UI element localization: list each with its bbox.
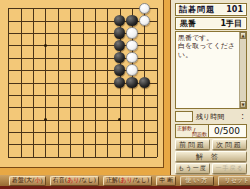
answer-button-row: 解答 — [175, 151, 247, 162]
problem-number: 101 — [226, 5, 243, 14]
board-cell[interactable] — [126, 114, 138, 126]
board-cell[interactable] — [89, 39, 101, 51]
board-cell[interactable] — [2, 76, 14, 88]
nav-button-row: 前問題 次問題 — [175, 139, 247, 150]
stone-sound-selected: あり — [67, 176, 79, 185]
board-cell[interactable] — [39, 114, 51, 126]
board-cell[interactable] — [126, 76, 138, 88]
black-stone — [139, 77, 150, 88]
board-cell[interactable] — [101, 101, 113, 113]
board-cell[interactable] — [2, 64, 14, 76]
control-panel: 詰碁問題 101 黒番 1手目 黒番です。 白を取ってください。 ▲ ▼ 残り時… — [170, 0, 250, 175]
board-cell[interactable] — [39, 27, 51, 39]
board-cell[interactable] — [64, 114, 76, 126]
board-cell[interactable] — [151, 138, 163, 150]
board-cell[interactable] — [151, 64, 163, 76]
board-cell[interactable] — [14, 114, 26, 126]
board-cell[interactable] — [138, 89, 150, 101]
undo-move-button[interactable]: 一手戻る — [212, 163, 247, 174]
board-cell[interactable] — [52, 151, 64, 163]
board-cell[interactable] — [114, 89, 126, 101]
prev-problem-button[interactable]: 前問題 — [175, 139, 210, 150]
answer-display-toggle-button[interactable]: 正解(あり/なし) — [103, 176, 152, 186]
board-cell[interactable] — [138, 52, 150, 64]
answer-display-selected: あり — [120, 176, 132, 185]
board-cell[interactable] — [52, 52, 64, 64]
board-cell[interactable] — [2, 52, 14, 64]
board-cell[interactable] — [64, 101, 76, 113]
board-cell[interactable] — [101, 64, 113, 76]
score-label-total: 問題数 — [192, 131, 207, 137]
board-cell[interactable] — [52, 114, 64, 126]
board-size-label: 碁盤(大/ — [12, 176, 34, 185]
board-cell[interactable] — [27, 89, 39, 101]
stone-sound-label-end: /なし) — [79, 176, 96, 185]
star-point — [44, 118, 47, 121]
board-cell[interactable] — [64, 2, 76, 14]
timer-row: 残り時間 : — [175, 110, 247, 123]
board-cell[interactable] — [14, 52, 26, 64]
board-cell[interactable] — [39, 89, 51, 101]
board-cell[interactable] — [27, 2, 39, 14]
board-cell[interactable] — [76, 14, 88, 26]
board-size-label-end: ) — [40, 177, 42, 184]
board-cell[interactable] — [89, 151, 101, 163]
board-cell[interactable] — [151, 2, 163, 14]
board-grid[interactable] — [2, 2, 163, 163]
board-cell[interactable] — [151, 114, 163, 126]
message-line-2: 白を取ってください。 — [178, 42, 237, 59]
board-cell[interactable] — [2, 151, 14, 163]
board-cell[interactable] — [89, 101, 101, 113]
board-cell[interactable] — [64, 126, 76, 138]
black-stone — [126, 15, 137, 26]
board-cell[interactable] — [138, 64, 150, 76]
answer-display-label-end: /なし) — [133, 176, 150, 185]
go-board — [0, 0, 170, 175]
board-cell[interactable] — [114, 14, 126, 26]
board-cell[interactable] — [114, 27, 126, 39]
board-cell[interactable] — [138, 126, 150, 138]
board-cell[interactable] — [27, 151, 39, 163]
black-stone — [126, 77, 137, 88]
board-cell[interactable] — [39, 101, 51, 113]
bottom-option-strip: 碁盤(大/小) 石音(あり/なし) 正解(あり/なし) 中 断 使い方 リセット — [0, 175, 250, 189]
board-cell[interactable] — [151, 151, 163, 163]
board-cell[interactable] — [114, 114, 126, 126]
score-row: 正解数 / 問題数 0/500 — [175, 124, 247, 138]
board-cell[interactable] — [52, 14, 64, 26]
board-cell[interactable] — [151, 27, 163, 39]
white-stone — [126, 52, 137, 63]
board-cell[interactable] — [151, 39, 163, 51]
board-cell[interactable] — [14, 39, 26, 51]
board-cell[interactable] — [39, 2, 51, 14]
turn-label: 黒番 — [180, 18, 196, 29]
white-stone — [126, 40, 137, 51]
timer-value-box — [175, 111, 193, 122]
board-cell[interactable] — [64, 39, 76, 51]
board-cell[interactable] — [14, 101, 26, 113]
board-cell[interactable] — [89, 27, 101, 39]
board-cell[interactable] — [114, 39, 126, 51]
board-cell[interactable] — [14, 14, 26, 26]
white-stone — [126, 27, 137, 38]
board-cell[interactable] — [101, 89, 113, 101]
board-cell[interactable] — [52, 89, 64, 101]
black-stone — [114, 52, 125, 63]
board-cell[interactable] — [126, 39, 138, 51]
board-cell[interactable] — [52, 126, 64, 138]
next-problem-button[interactable]: 次問題 — [212, 139, 247, 150]
board-cell[interactable] — [126, 64, 138, 76]
board-cell[interactable] — [89, 2, 101, 14]
move-counter: 1手目 — [220, 18, 242, 29]
board-cell[interactable] — [126, 151, 138, 163]
board-size-toggle-button[interactable]: 碁盤(大/小) — [9, 176, 46, 186]
board-cell[interactable] — [138, 151, 150, 163]
board-cell[interactable] — [39, 14, 51, 26]
board-cell[interactable] — [2, 101, 14, 113]
retry-button-row: もう一度 一手戻る — [175, 163, 247, 174]
board-cell[interactable] — [64, 27, 76, 39]
board-cell[interactable] — [101, 126, 113, 138]
reset-button[interactable]: リセット — [218, 176, 250, 186]
board-cell[interactable] — [126, 52, 138, 64]
board-cell[interactable] — [64, 89, 76, 101]
board-cell[interactable] — [101, 76, 113, 88]
board-cell[interactable] — [39, 126, 51, 138]
board-cell[interactable] — [89, 89, 101, 101]
board-cell[interactable] — [138, 2, 150, 14]
board-cell[interactable] — [151, 76, 163, 88]
board-cell[interactable] — [39, 76, 51, 88]
board-cell[interactable] — [114, 126, 126, 138]
stone-sound-label: 石音( — [53, 176, 67, 185]
board-cell[interactable] — [27, 27, 39, 39]
message-scrollbar[interactable]: ▲ ▼ — [239, 32, 246, 108]
message-line-1: 黒番です。 — [178, 34, 237, 42]
scroll-down-icon[interactable]: ▼ — [240, 101, 246, 108]
board-cell[interactable] — [101, 114, 113, 126]
board-cell[interactable] — [101, 27, 113, 39]
stone-sound-toggle-button[interactable]: 石音(あり/なし) — [50, 176, 99, 186]
board-cell[interactable] — [114, 151, 126, 163]
board-cell[interactable] — [101, 39, 113, 51]
board-cell[interactable] — [151, 101, 163, 113]
board-cell[interactable] — [76, 89, 88, 101]
board-cell[interactable] — [89, 64, 101, 76]
show-answer-button[interactable]: 解答 — [175, 151, 247, 162]
board-cell[interactable] — [126, 14, 138, 26]
board-cell[interactable] — [89, 52, 101, 64]
board-cell[interactable] — [101, 52, 113, 64]
board-cell[interactable] — [14, 151, 26, 163]
board-cell[interactable] — [89, 76, 101, 88]
board-cell[interactable] — [101, 151, 113, 163]
timer-colon: : — [241, 112, 244, 121]
black-stone — [114, 40, 125, 51]
star-point — [118, 118, 121, 121]
score-label-correct: 正解数 — [177, 125, 192, 131]
board-cell[interactable] — [114, 76, 126, 88]
board-cell[interactable] — [138, 76, 150, 88]
board-cell[interactable] — [27, 126, 39, 138]
board-cell[interactable] — [126, 27, 138, 39]
board-cell[interactable] — [114, 2, 126, 14]
board-cell[interactable] — [64, 52, 76, 64]
board-cell[interactable] — [76, 27, 88, 39]
retry-button[interactable]: もう一度 — [175, 163, 210, 174]
board-cell[interactable] — [52, 76, 64, 88]
board-cell[interactable] — [39, 64, 51, 76]
problem-title-box: 詰碁問題 101 — [175, 3, 247, 16]
board-cell[interactable] — [126, 138, 138, 150]
black-stone — [114, 15, 125, 26]
board-cell[interactable] — [52, 39, 64, 51]
board-cell[interactable] — [14, 89, 26, 101]
board-cell[interactable] — [39, 151, 51, 163]
board-cell[interactable] — [151, 14, 163, 26]
board-cell[interactable] — [101, 138, 113, 150]
board-cell[interactable] — [76, 52, 88, 64]
board-cell[interactable] — [151, 89, 163, 101]
board-cell[interactable] — [76, 114, 88, 126]
board-cell[interactable] — [64, 138, 76, 150]
board-cell[interactable] — [76, 64, 88, 76]
board-cell[interactable] — [27, 14, 39, 26]
white-stone — [139, 3, 150, 14]
star-point — [44, 44, 47, 47]
board-cell[interactable] — [14, 64, 26, 76]
board-cell[interactable] — [14, 27, 26, 39]
board-cell[interactable] — [64, 64, 76, 76]
board-cell[interactable] — [76, 126, 88, 138]
board-cell[interactable] — [27, 52, 39, 64]
board-cell[interactable] — [76, 39, 88, 51]
board-cell[interactable] — [89, 126, 101, 138]
board-cell[interactable] — [76, 138, 88, 150]
board-cell[interactable] — [2, 89, 14, 101]
board-cell[interactable] — [64, 151, 76, 163]
board-cell[interactable] — [14, 138, 26, 150]
board-cell[interactable] — [2, 2, 14, 14]
board-cell[interactable] — [114, 64, 126, 76]
board-cell[interactable] — [76, 151, 88, 163]
board-cell[interactable] — [138, 138, 150, 150]
black-stone — [114, 64, 125, 75]
interrupt-button[interactable]: 中 断 — [156, 176, 176, 186]
board-cell[interactable] — [101, 14, 113, 26]
board-cell[interactable] — [14, 126, 26, 138]
board-cell[interactable] — [52, 64, 64, 76]
score-value-box: 0/500 — [209, 124, 247, 138]
board-cell[interactable] — [39, 39, 51, 51]
board-cell[interactable] — [138, 114, 150, 126]
black-stone — [114, 27, 125, 38]
board-cell[interactable] — [114, 52, 126, 64]
board-cell[interactable] — [151, 126, 163, 138]
board-cell[interactable] — [27, 138, 39, 150]
white-stone — [139, 15, 150, 26]
board-cell[interactable] — [27, 101, 39, 113]
board-cell[interactable] — [27, 76, 39, 88]
tsumego-app-window: 詰碁問題 101 黒番 1手目 黒番です。 白を取ってください。 ▲ ▼ 残り時… — [0, 0, 250, 189]
board-cell[interactable] — [89, 14, 101, 26]
black-stone — [114, 77, 125, 88]
interrupt-label: 中 断 — [159, 176, 173, 185]
score-label-box: 正解数 / 問題数 — [175, 124, 209, 138]
message-box: 黒番です。 白を取ってください。 ▲ ▼ — [175, 31, 247, 109]
board-cell[interactable] — [14, 2, 26, 14]
board-cell[interactable] — [76, 76, 88, 88]
board-cell[interactable] — [39, 138, 51, 150]
board-cell[interactable] — [126, 101, 138, 113]
timer-label: 残り時間 — [196, 112, 224, 122]
board-cell[interactable] — [89, 114, 101, 126]
turn-box: 黒番 1手目 — [175, 17, 247, 30]
board-surface — [0, 0, 164, 168]
board-cell[interactable] — [52, 101, 64, 113]
board-cell[interactable] — [64, 14, 76, 26]
board-cell[interactable] — [89, 138, 101, 150]
scroll-up-icon[interactable]: ▲ — [240, 32, 246, 39]
board-cell[interactable] — [2, 14, 14, 26]
problem-title: 詰碁問題 — [179, 4, 215, 15]
board-cell[interactable] — [76, 2, 88, 14]
howto-button[interactable]: 使い方 — [180, 176, 214, 186]
board-cell[interactable] — [52, 27, 64, 39]
board-cell[interactable] — [126, 2, 138, 14]
board-cell[interactable] — [138, 101, 150, 113]
board-cell[interactable] — [138, 39, 150, 51]
board-cell[interactable] — [14, 76, 26, 88]
board-cell[interactable] — [76, 101, 88, 113]
board-cell[interactable] — [138, 14, 150, 26]
board-cell[interactable] — [114, 138, 126, 150]
board-cell[interactable] — [114, 101, 126, 113]
board-cell[interactable] — [39, 52, 51, 64]
board-cell[interactable] — [2, 138, 14, 150]
board-cell[interactable] — [27, 114, 39, 126]
board-cell[interactable] — [2, 39, 14, 51]
board-cell[interactable] — [151, 52, 163, 64]
answer-display-label: 正解( — [106, 176, 120, 185]
score-value: 0/500 — [214, 126, 240, 136]
board-cell[interactable] — [138, 27, 150, 39]
board-cell[interactable] — [52, 138, 64, 150]
board-cell[interactable] — [2, 27, 14, 39]
board-cell[interactable] — [126, 126, 138, 138]
board-cell[interactable] — [101, 2, 113, 14]
board-cell[interactable] — [27, 39, 39, 51]
board-cell[interactable] — [126, 89, 138, 101]
board-cell[interactable] — [52, 2, 64, 14]
board-cell[interactable] — [27, 64, 39, 76]
board-cell[interactable] — [2, 114, 14, 126]
board-cell[interactable] — [64, 76, 76, 88]
board-cell[interactable] — [2, 126, 14, 138]
white-stone — [126, 64, 137, 75]
